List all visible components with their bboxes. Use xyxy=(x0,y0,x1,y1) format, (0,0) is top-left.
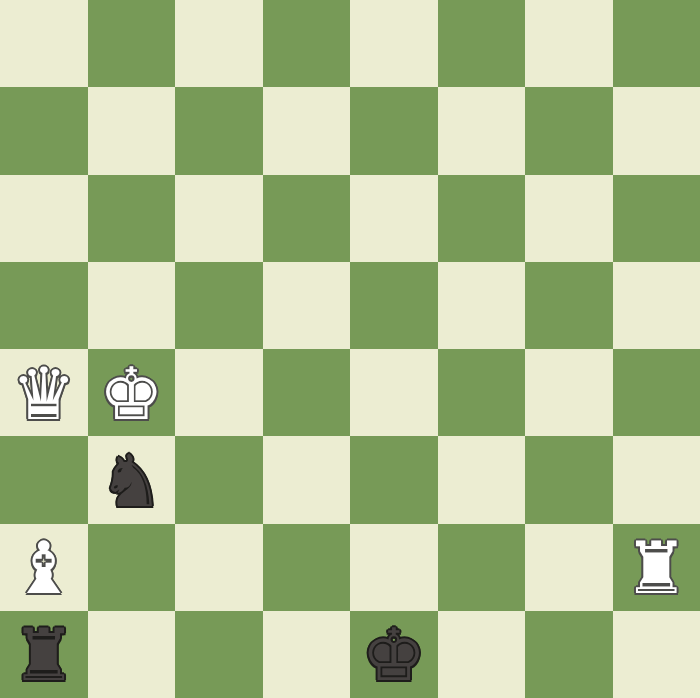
square-g5[interactable] xyxy=(525,262,613,349)
square-h1[interactable] xyxy=(613,611,700,698)
white-queen-a4[interactable]: ♛ xyxy=(11,358,76,430)
square-c1[interactable] xyxy=(175,611,263,698)
square-c6[interactable] xyxy=(175,175,263,262)
square-f6[interactable] xyxy=(438,175,526,262)
square-d2[interactable] xyxy=(263,524,351,611)
square-e6[interactable] xyxy=(350,175,438,262)
black-king-e1[interactable]: ♚ xyxy=(361,619,426,691)
square-d1[interactable] xyxy=(263,611,351,698)
square-d4[interactable] xyxy=(263,349,351,436)
square-d6[interactable] xyxy=(263,175,351,262)
white-rook-h2[interactable]: ♜ xyxy=(624,532,689,604)
square-e8[interactable] xyxy=(350,0,438,87)
square-e2[interactable] xyxy=(350,524,438,611)
square-b2[interactable] xyxy=(88,524,176,611)
square-b3[interactable]: ♞ xyxy=(88,436,176,523)
square-d7[interactable] xyxy=(263,87,351,174)
square-b1[interactable] xyxy=(88,611,176,698)
square-a3[interactable] xyxy=(0,436,88,523)
square-f1[interactable] xyxy=(438,611,526,698)
square-c8[interactable] xyxy=(175,0,263,87)
square-h4[interactable] xyxy=(613,349,700,436)
square-d8[interactable] xyxy=(263,0,351,87)
square-h2[interactable]: ♜ xyxy=(613,524,700,611)
black-knight-b3[interactable]: ♞ xyxy=(99,445,164,517)
square-b8[interactable] xyxy=(88,0,176,87)
square-a1[interactable]: ♜ xyxy=(0,611,88,698)
square-e5[interactable] xyxy=(350,262,438,349)
square-b7[interactable] xyxy=(88,87,176,174)
square-g4[interactable] xyxy=(525,349,613,436)
square-f4[interactable] xyxy=(438,349,526,436)
square-c2[interactable] xyxy=(175,524,263,611)
square-b6[interactable] xyxy=(88,175,176,262)
square-a5[interactable] xyxy=(0,262,88,349)
square-f8[interactable] xyxy=(438,0,526,87)
square-h6[interactable] xyxy=(613,175,700,262)
square-g6[interactable] xyxy=(525,175,613,262)
square-a8[interactable] xyxy=(0,0,88,87)
square-c7[interactable] xyxy=(175,87,263,174)
square-g2[interactable] xyxy=(525,524,613,611)
square-b4[interactable]: ♚ xyxy=(88,349,176,436)
white-king-b4[interactable]: ♚ xyxy=(99,358,164,430)
square-c4[interactable] xyxy=(175,349,263,436)
square-a7[interactable] xyxy=(0,87,88,174)
square-f2[interactable] xyxy=(438,524,526,611)
square-g1[interactable] xyxy=(525,611,613,698)
square-g7[interactable] xyxy=(525,87,613,174)
square-e3[interactable] xyxy=(350,436,438,523)
chess-board: ♛♚♞♝♜♜♚ xyxy=(0,0,700,698)
square-e4[interactable] xyxy=(350,349,438,436)
square-f3[interactable] xyxy=(438,436,526,523)
square-a2[interactable]: ♝ xyxy=(0,524,88,611)
square-f5[interactable] xyxy=(438,262,526,349)
white-bishop-a2[interactable]: ♝ xyxy=(11,532,76,604)
square-h5[interactable] xyxy=(613,262,700,349)
square-h3[interactable] xyxy=(613,436,700,523)
square-a4[interactable]: ♛ xyxy=(0,349,88,436)
square-h8[interactable] xyxy=(613,0,700,87)
square-c3[interactable] xyxy=(175,436,263,523)
square-e7[interactable] xyxy=(350,87,438,174)
square-h7[interactable] xyxy=(613,87,700,174)
square-e1[interactable]: ♚ xyxy=(350,611,438,698)
square-f7[interactable] xyxy=(438,87,526,174)
square-g3[interactable] xyxy=(525,436,613,523)
square-d5[interactable] xyxy=(263,262,351,349)
black-rook-a1[interactable]: ♜ xyxy=(11,619,76,691)
square-a6[interactable] xyxy=(0,175,88,262)
square-d3[interactable] xyxy=(263,436,351,523)
square-g8[interactable] xyxy=(525,0,613,87)
square-c5[interactable] xyxy=(175,262,263,349)
square-b5[interactable] xyxy=(88,262,176,349)
